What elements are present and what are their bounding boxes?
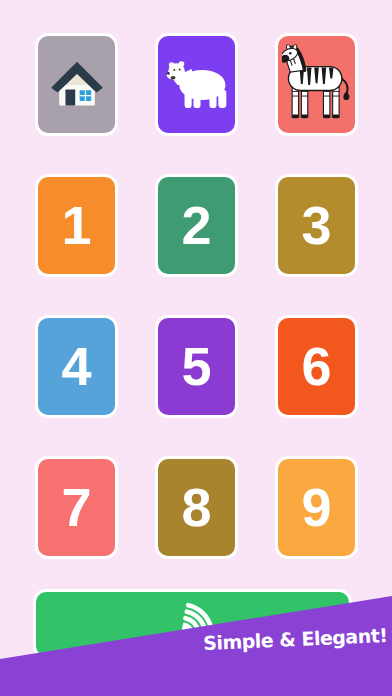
card-grid: 1 2 3 4 5 6 7 8 9 (0, 0, 392, 559)
number-label: 5 (181, 339, 211, 393)
number-label: 8 (181, 480, 211, 534)
number-label: 1 (61, 198, 91, 252)
number-label: 4 (61, 339, 91, 393)
zebra-icon (282, 43, 352, 127)
number-card-9[interactable]: 9 (275, 456, 358, 559)
number-label: 2 (181, 198, 211, 252)
number-card-5[interactable]: 5 (155, 315, 238, 418)
app-screen: 1 2 3 4 5 6 7 8 9 (0, 0, 392, 696)
number-card-7[interactable]: 7 (35, 456, 118, 559)
card-zebra[interactable] (275, 33, 358, 136)
card-home[interactable] (35, 33, 118, 136)
number-label: 3 (301, 198, 331, 252)
number-label: 6 (301, 339, 331, 393)
number-card-4[interactable]: 4 (35, 315, 118, 418)
number-card-3[interactable]: 3 (275, 174, 358, 277)
polar-bear-icon (165, 60, 229, 110)
number-card-1[interactable]: 1 (35, 174, 118, 277)
number-card-2[interactable]: 2 (155, 174, 238, 277)
number-card-8[interactable]: 8 (155, 456, 238, 559)
home-icon (50, 61, 104, 109)
card-polar-bear[interactable] (155, 33, 238, 136)
number-card-6[interactable]: 6 (275, 315, 358, 418)
number-label: 7 (61, 480, 91, 534)
number-label: 9 (301, 480, 331, 534)
